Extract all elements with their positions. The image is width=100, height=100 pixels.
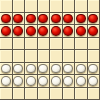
board-square[interactable] <box>75 13 87 25</box>
board-square[interactable] <box>0 50 12 62</box>
red-piece[interactable] <box>51 14 61 24</box>
board-square[interactable] <box>75 25 87 37</box>
board-square[interactable] <box>88 13 100 25</box>
red-piece[interactable] <box>26 14 36 24</box>
board-square[interactable] <box>25 63 37 75</box>
board-square[interactable] <box>63 13 75 25</box>
red-piece[interactable] <box>38 14 48 24</box>
board-square[interactable] <box>13 88 25 100</box>
white-piece[interactable] <box>51 64 61 74</box>
board-square[interactable] <box>88 50 100 62</box>
board-square[interactable] <box>50 13 62 25</box>
red-piece[interactable] <box>63 26 73 36</box>
white-piece[interactable] <box>1 64 11 74</box>
board-square[interactable] <box>75 38 87 50</box>
white-piece[interactable] <box>38 76 48 86</box>
board-square[interactable] <box>38 63 50 75</box>
red-piece[interactable] <box>1 14 11 24</box>
board-square[interactable] <box>63 50 75 62</box>
board-square[interactable] <box>88 63 100 75</box>
board-square[interactable] <box>0 13 12 25</box>
board-square[interactable] <box>63 0 75 12</box>
board-square[interactable] <box>75 75 87 87</box>
board-square[interactable] <box>38 38 50 50</box>
board-square[interactable] <box>88 88 100 100</box>
red-piece[interactable] <box>26 26 36 36</box>
white-piece[interactable] <box>13 64 23 74</box>
board-square[interactable] <box>63 25 75 37</box>
white-piece[interactable] <box>76 64 86 74</box>
red-piece[interactable] <box>63 14 73 24</box>
board-square[interactable] <box>38 0 50 12</box>
board-square[interactable] <box>13 63 25 75</box>
board-square[interactable] <box>50 88 62 100</box>
board-square[interactable] <box>25 88 37 100</box>
board-square[interactable] <box>0 25 12 37</box>
white-piece[interactable] <box>51 76 61 86</box>
board-square[interactable] <box>13 13 25 25</box>
dama-board <box>0 0 100 100</box>
board-square[interactable] <box>25 13 37 25</box>
red-piece[interactable] <box>13 14 23 24</box>
white-piece[interactable] <box>38 64 48 74</box>
board-square[interactable] <box>63 88 75 100</box>
board-square[interactable] <box>75 63 87 75</box>
board-square[interactable] <box>38 50 50 62</box>
white-piece[interactable] <box>76 76 86 86</box>
board-square[interactable] <box>13 25 25 37</box>
white-piece[interactable] <box>88 76 98 86</box>
white-piece[interactable] <box>26 76 36 86</box>
board-square[interactable] <box>50 25 62 37</box>
red-piece[interactable] <box>13 26 23 36</box>
board-square[interactable] <box>38 13 50 25</box>
board-square[interactable] <box>13 38 25 50</box>
board-square[interactable] <box>25 38 37 50</box>
board-square[interactable] <box>38 25 50 37</box>
board-square[interactable] <box>75 50 87 62</box>
board-square[interactable] <box>75 0 87 12</box>
board-square[interactable] <box>63 63 75 75</box>
board-square[interactable] <box>88 25 100 37</box>
white-piece[interactable] <box>63 64 73 74</box>
board-square[interactable] <box>75 88 87 100</box>
white-piece[interactable] <box>13 76 23 86</box>
board-square[interactable] <box>50 63 62 75</box>
red-piece[interactable] <box>51 26 61 36</box>
board-square[interactable] <box>50 0 62 12</box>
board-square[interactable] <box>88 38 100 50</box>
board-square[interactable] <box>88 0 100 12</box>
board-square[interactable] <box>0 88 12 100</box>
red-piece[interactable] <box>38 26 48 36</box>
red-piece[interactable] <box>76 26 86 36</box>
board-square[interactable] <box>50 38 62 50</box>
board-square[interactable] <box>13 50 25 62</box>
board-square[interactable] <box>63 38 75 50</box>
red-piece[interactable] <box>76 14 86 24</box>
red-piece[interactable] <box>88 26 98 36</box>
board-square[interactable] <box>0 75 12 87</box>
white-piece[interactable] <box>26 64 36 74</box>
board-square[interactable] <box>13 75 25 87</box>
white-piece[interactable] <box>63 76 73 86</box>
red-piece[interactable] <box>88 14 98 24</box>
board-square[interactable] <box>0 63 12 75</box>
board-square[interactable] <box>88 75 100 87</box>
board-square[interactable] <box>50 50 62 62</box>
white-piece[interactable] <box>88 64 98 74</box>
board-square[interactable] <box>0 0 12 12</box>
board-square[interactable] <box>50 75 62 87</box>
board-square[interactable] <box>25 75 37 87</box>
board-square[interactable] <box>25 0 37 12</box>
board-square[interactable] <box>25 25 37 37</box>
board-square[interactable] <box>13 0 25 12</box>
board-square[interactable] <box>38 75 50 87</box>
board-square[interactable] <box>0 38 12 50</box>
board-square[interactable] <box>63 75 75 87</box>
red-piece[interactable] <box>1 26 11 36</box>
board-square[interactable] <box>25 50 37 62</box>
white-piece[interactable] <box>1 76 11 86</box>
board-square[interactable] <box>38 88 50 100</box>
